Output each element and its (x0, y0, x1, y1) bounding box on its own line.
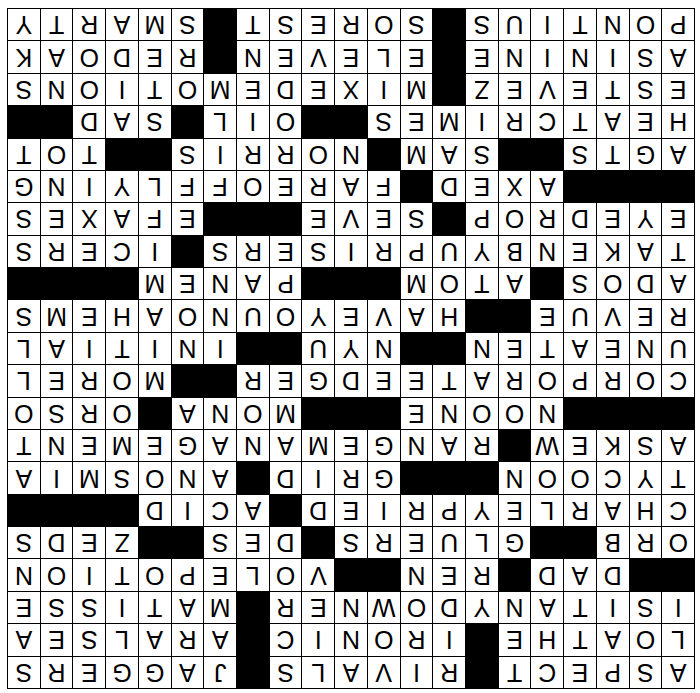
grid-cell: F (139, 203, 171, 234)
black-square (564, 171, 596, 202)
grid-cell: A (270, 430, 302, 461)
black-square (270, 333, 302, 364)
grid-cell: N (564, 41, 596, 72)
grid-cell: O (401, 592, 433, 623)
grid-cell: Z (466, 74, 498, 105)
grid-cell: E (630, 106, 662, 137)
grid-cell: N (204, 398, 236, 429)
grid-cell: O (106, 398, 138, 429)
black-square (368, 559, 400, 590)
grid-cell: I (41, 462, 73, 493)
grid-cell: R (499, 365, 531, 396)
grid-cell: H (630, 495, 662, 526)
grid-cell: E (172, 268, 204, 299)
grid-cell: I (335, 236, 367, 267)
black-square (237, 624, 269, 655)
grid-cell: S (564, 139, 596, 170)
grid-cell: U (499, 9, 531, 40)
black-square (564, 398, 596, 429)
grid-cell: U (564, 300, 596, 331)
grid-cell: R (172, 41, 204, 72)
grid-cell: E (335, 41, 367, 72)
black-square (335, 559, 367, 590)
grid-cell: N (41, 430, 73, 461)
grid-cell: O (270, 106, 302, 137)
grid-cell: E (73, 527, 105, 558)
black-square (499, 300, 531, 331)
black-square (270, 495, 302, 526)
grid-cell: R (335, 462, 367, 493)
grid-cell: Y (466, 592, 498, 623)
grid-cell: E (401, 365, 433, 396)
grid-cell: E (302, 74, 334, 105)
grid-cell: S (73, 592, 105, 623)
black-square (237, 657, 269, 688)
grid-cell: D (531, 559, 563, 590)
grid-cell: L (531, 495, 563, 526)
grid-cell: E (335, 430, 367, 461)
grid-cell: D (270, 462, 302, 493)
grid-cell: A (335, 171, 367, 202)
grid-cell: S (41, 592, 73, 623)
grid-cell: E (499, 495, 531, 526)
grid-cell: C (106, 236, 138, 267)
grid-cell: O (630, 624, 662, 655)
grid-cell: K (597, 236, 629, 267)
black-square (237, 333, 269, 364)
grid-cell: A (237, 268, 269, 299)
grid-cell: M (139, 268, 171, 299)
grid-cell: P (172, 559, 204, 590)
grid-cell: A (139, 624, 171, 655)
grid-cell: E (466, 41, 498, 72)
grid-cell: L (237, 559, 269, 590)
grid-cell: F (172, 171, 204, 202)
grid-cell: W (531, 430, 563, 461)
grid-cell: E (73, 236, 105, 267)
grid-cell: C (531, 106, 563, 137)
grid-cell: R (531, 203, 563, 234)
grid-cell: A (597, 495, 629, 526)
grid-cell: E (270, 236, 302, 267)
grid-cell: A (172, 398, 204, 429)
grid-cell: O (531, 365, 563, 396)
grid-cell: S (630, 41, 662, 72)
grid-cell: E (335, 300, 367, 331)
grid-cell: E (401, 41, 433, 72)
grid-cell: N (41, 171, 73, 202)
grid-cell: G (172, 430, 204, 461)
grid-cell: E (368, 203, 400, 234)
grid-cell: I (139, 333, 171, 364)
black-square (41, 268, 73, 299)
grid-cell: I (172, 495, 204, 526)
grid-cell: G (499, 527, 531, 558)
grid-cell: A (204, 462, 236, 493)
grid-cell: T (106, 559, 138, 590)
grid-cell: T (662, 236, 694, 267)
black-square (662, 559, 694, 590)
black-square (466, 300, 498, 331)
grid-cell: G (302, 365, 334, 396)
grid-cell: R (41, 236, 73, 267)
grid-cell: E (499, 333, 531, 364)
grid-cell: E (41, 624, 73, 655)
black-square (302, 106, 334, 137)
grid-cell: M (41, 300, 73, 331)
grid-cell: R (564, 495, 596, 526)
grid-cell: L (368, 41, 400, 72)
grid-cell: M (73, 462, 105, 493)
grid-cell: V (302, 41, 334, 72)
grid-cell: P (270, 268, 302, 299)
grid-cell: O (139, 559, 171, 590)
grid-cell: S (8, 203, 40, 234)
black-square (237, 592, 269, 623)
black-square (630, 559, 662, 590)
grid-cell: N (630, 333, 662, 364)
grid-cell: P (433, 495, 465, 526)
grid-cell: D (270, 527, 302, 558)
grid-cell: C (204, 495, 236, 526)
grid-cell: G (368, 462, 400, 493)
grid-cell: A (172, 592, 204, 623)
grid-cell: I (139, 236, 171, 267)
grid-cell: E (41, 203, 73, 234)
grid-cell: G (139, 657, 171, 688)
grid-cell: K (8, 41, 40, 72)
grid-cell: C (662, 365, 694, 396)
grid-cell: X (335, 74, 367, 105)
grid-cell: D (106, 41, 138, 72)
grid-cell: V (597, 300, 629, 331)
grid-cell: A (597, 624, 629, 655)
grid-cell: K (597, 430, 629, 461)
grid-cell: L (8, 333, 40, 364)
grid-cell: N (499, 462, 531, 493)
grid-cell: A (204, 430, 236, 461)
grid-cell: M (204, 74, 236, 105)
grid-cell: I (368, 74, 400, 105)
grid-cell: P (466, 203, 498, 234)
grid-cell: E (139, 41, 171, 72)
grid-cell: D (433, 592, 465, 623)
black-square (466, 462, 498, 493)
grid-cell: N (401, 559, 433, 590)
grid-cell: U (662, 333, 694, 364)
grid-cell: H (106, 300, 138, 331)
grid-cell: O (499, 398, 531, 429)
crossword-grid: ASPECTRIVALSJAGGERSLOATHEIRONICARALSEAIS… (7, 8, 695, 689)
grid-cell: I (106, 74, 138, 105)
black-square (531, 268, 563, 299)
grid-cell: R (466, 559, 498, 590)
grid-cell: O (139, 462, 171, 493)
grid-cell: R (73, 365, 105, 396)
grid-cell: O (41, 139, 73, 170)
grid-cell: N (335, 624, 367, 655)
grid-cell: S (204, 527, 236, 558)
grid-cell: R (302, 171, 334, 202)
grid-cell: D (41, 527, 73, 558)
grid-cell: L (8, 365, 40, 396)
grid-cell: U (302, 333, 334, 364)
black-square (466, 657, 498, 688)
grid-cell: T (8, 430, 40, 461)
grid-cell: S (106, 462, 138, 493)
grid-cell: O (41, 559, 73, 590)
grid-cell: A (433, 139, 465, 170)
grid-cell: P (401, 236, 433, 267)
grid-cell: E (8, 592, 40, 623)
grid-cell: S (172, 139, 204, 170)
grid-cell: T (564, 624, 596, 655)
grid-cell: G (106, 657, 138, 688)
grid-cell: R (237, 365, 269, 396)
grid-cell: O (172, 300, 204, 331)
grid-cell: R (73, 398, 105, 429)
grid-cell: S (8, 300, 40, 331)
grid-cell: Y (335, 333, 367, 364)
grid-cell: I (466, 106, 498, 137)
black-square (401, 462, 433, 493)
grid-cell: O (499, 203, 531, 234)
grid-cell: E (564, 657, 596, 688)
grid-cell: F (204, 171, 236, 202)
grid-cell: U (433, 527, 465, 558)
grid-cell: T (564, 106, 596, 137)
grid-cell: A (662, 268, 694, 299)
grid-cell: I (204, 333, 236, 364)
black-square (466, 624, 498, 655)
black-square (401, 333, 433, 364)
grid-cell: D (139, 495, 171, 526)
grid-cell: S (8, 527, 40, 558)
grid-cell: I (302, 462, 334, 493)
grid-cell: D (335, 365, 367, 396)
grid-cell: S (8, 74, 40, 105)
grid-cell: E (401, 527, 433, 558)
grid-cell: T (8, 139, 40, 170)
black-square (237, 203, 269, 234)
grid-cell: A (106, 9, 138, 40)
grid-cell: I (368, 495, 400, 526)
grid-cell: O (564, 462, 596, 493)
black-square (335, 398, 367, 429)
grid-cell: N (401, 430, 433, 461)
grid-cell: A (564, 559, 596, 590)
black-square (335, 106, 367, 137)
grid-cell: N (172, 462, 204, 493)
grid-cell: E (531, 300, 563, 331)
black-square (302, 527, 334, 558)
grid-cell: L (466, 527, 498, 558)
grid-cell: A (531, 592, 563, 623)
grid-cell: M (106, 430, 138, 461)
grid-cell: F (368, 171, 400, 202)
grid-cell: V (368, 300, 400, 331)
grid-cell: N (8, 559, 40, 590)
grid-cell: S (466, 9, 498, 40)
black-square (41, 106, 73, 137)
grid-cell: A (597, 106, 629, 137)
grid-cell: Y (466, 236, 498, 267)
grid-cell: R (270, 139, 302, 170)
grid-cell: E (139, 430, 171, 461)
grid-cell: O (630, 9, 662, 40)
grid-cell: E (662, 203, 694, 234)
grid-cell: O (368, 624, 400, 655)
grid-cell: B (499, 236, 531, 267)
grid-cell: E (73, 430, 105, 461)
grid-cell: E (302, 592, 334, 623)
grid-cell: E (564, 236, 596, 267)
grid-cell: O (302, 139, 334, 170)
grid-cell: A (662, 657, 694, 688)
crossword-solution-page: ASPECTRIVALSJAGGERSLOATHEIRONICARALSEAIS… (0, 0, 700, 693)
grid-cell: R (597, 365, 629, 396)
black-square (531, 527, 563, 558)
grid-cell: O (172, 74, 204, 105)
grid-cell: S (270, 657, 302, 688)
grid-cell: N (335, 592, 367, 623)
grid-cell: Y (466, 495, 498, 526)
grid-cell: S (41, 398, 73, 429)
grid-cell: M (270, 398, 302, 429)
grid-cell: E (302, 203, 334, 234)
grid-cell: E (237, 74, 269, 105)
grid-cell: J (204, 657, 236, 688)
grid-cell: T (597, 139, 629, 170)
grid-cell: A (8, 462, 40, 493)
black-square (630, 398, 662, 429)
grid-cell: N (531, 398, 563, 429)
grid-cell: O (466, 398, 498, 429)
grid-cell: E (368, 365, 400, 396)
grid-cell: R (630, 527, 662, 558)
grid-cell: O (531, 462, 563, 493)
grid-cell: N (466, 333, 498, 364)
grid-cell: S (8, 236, 40, 267)
grid-cell: I (662, 592, 694, 623)
grid-cell: D (270, 74, 302, 105)
grid-cell: P (564, 365, 596, 396)
grid-cell: L (139, 171, 171, 202)
grid-cell: D (597, 559, 629, 590)
grid-cell: G (630, 139, 662, 170)
black-square (204, 9, 236, 40)
grid-cell: T (597, 74, 629, 105)
grid-cell: S (172, 9, 204, 40)
black-square (204, 203, 236, 234)
grid-cell: S (466, 139, 498, 170)
grid-cell: C (597, 462, 629, 493)
grid-cell: A (433, 430, 465, 461)
grid-cell: E (466, 171, 498, 202)
grid-cell: N (368, 333, 400, 364)
grid-cell: D (564, 203, 596, 234)
grid-cell: O (368, 9, 400, 40)
black-square (368, 139, 400, 170)
grid-cell: R (466, 430, 498, 461)
grid-cell: T (139, 74, 171, 105)
grid-cell: D (433, 171, 465, 202)
grid-cell: T (531, 333, 563, 364)
grid-cell: S (302, 236, 334, 267)
grid-cell: T (466, 268, 498, 299)
grid-cell: U (433, 236, 465, 267)
grid-cell: R (172, 624, 204, 655)
grid-cell: E (564, 430, 596, 461)
grid-cell: N (237, 41, 269, 72)
grid-cell: B (597, 527, 629, 558)
grid-cell: R (73, 9, 105, 40)
grid-cell: T (73, 139, 105, 170)
black-square (531, 139, 563, 170)
grid-cell: V (531, 74, 563, 105)
black-square (433, 9, 465, 40)
grid-cell: V (302, 559, 334, 590)
grid-cell: A (41, 41, 73, 72)
grid-cell: N (172, 333, 204, 364)
grid-cell: N (41, 74, 73, 105)
black-square (41, 495, 73, 526)
grid-cell: N (499, 41, 531, 72)
grid-cell: G (8, 171, 40, 202)
grid-cell: A (172, 657, 204, 688)
black-square (433, 203, 465, 234)
grid-cell: A (662, 139, 694, 170)
grid-cell: P (597, 657, 629, 688)
grid-cell: E (499, 74, 531, 105)
grid-cell: Y (630, 203, 662, 234)
grid-cell: L (204, 106, 236, 137)
grid-cell: E (499, 624, 531, 655)
black-square (433, 462, 465, 493)
grid-cell: S (8, 657, 40, 688)
grid-cell: D (73, 106, 105, 137)
grid-cell: C (531, 657, 563, 688)
black-square (139, 139, 171, 170)
grid-cell: A (139, 300, 171, 331)
grid-cell: S (335, 527, 367, 558)
grid-cell: O (270, 559, 302, 590)
grid-cell: R (270, 592, 302, 623)
black-square (73, 495, 105, 526)
grid-cell: L (106, 624, 138, 655)
grid-cell: T (41, 9, 73, 40)
grid-cell: R (401, 495, 433, 526)
grid-cell: G (368, 430, 400, 461)
grid-cell: Y (630, 462, 662, 493)
grid-cell: O (73, 41, 105, 72)
grid-cell: T (237, 9, 269, 40)
grid-cell: M (401, 268, 433, 299)
grid-cell: E (73, 657, 105, 688)
grid-cell: E (401, 398, 433, 429)
grid-cell: A (204, 624, 236, 655)
black-square (433, 74, 465, 105)
black-square (433, 333, 465, 364)
grid-cell: I (531, 9, 563, 40)
black-square (172, 527, 204, 558)
grid-cell: O (597, 268, 629, 299)
grid-cell: S (630, 657, 662, 688)
grid-cell: R (368, 236, 400, 267)
grid-cell: E (597, 203, 629, 234)
grid-cell: Z (106, 527, 138, 558)
black-square (564, 527, 596, 558)
